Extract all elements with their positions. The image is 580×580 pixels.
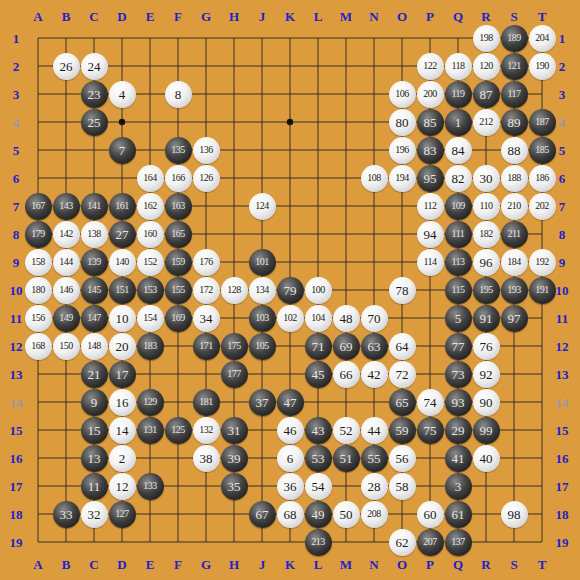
stone-n6-move-108[interactable]: 108 xyxy=(361,165,388,192)
stone-g9-move-176[interactable]: 176 xyxy=(193,249,220,276)
stone-m13-move-66[interactable]: 66 xyxy=(333,361,360,388)
stone-s11-move-97[interactable]: 97 xyxy=(501,305,528,332)
col-label-bottom-p: P xyxy=(426,558,434,571)
stone-t7-move-202[interactable]: 202 xyxy=(529,193,556,220)
stone-n18-move-208[interactable]: 208 xyxy=(361,501,388,528)
stone-k14-move-47[interactable]: 47 xyxy=(277,389,304,416)
stone-a10-move-180[interactable]: 180 xyxy=(25,277,52,304)
row-label-right-12: 12 xyxy=(556,340,569,353)
stone-t9-move-192[interactable]: 192 xyxy=(529,249,556,276)
stone-c9-move-139[interactable]: 139 xyxy=(81,249,108,276)
col-label-top-m: M xyxy=(340,10,352,23)
stone-r4-move-212[interactable]: 212 xyxy=(473,109,500,136)
col-label-top-f: F xyxy=(174,10,182,23)
stone-q19-move-137[interactable]: 137 xyxy=(445,529,472,556)
row-label-right-8: 8 xyxy=(559,228,566,241)
stone-k17-move-36[interactable]: 36 xyxy=(277,473,304,500)
stone-n17-move-28[interactable]: 28 xyxy=(361,473,388,500)
col-label-top-a: A xyxy=(33,10,42,23)
stone-d10-move-151[interactable]: 151 xyxy=(109,277,136,304)
stone-r3-move-87[interactable]: 87 xyxy=(473,81,500,108)
row-label-right-6: 6 xyxy=(559,172,566,185)
stone-f7-move-163[interactable]: 163 xyxy=(165,193,192,220)
stone-c16-move-13[interactable]: 13 xyxy=(81,445,108,472)
stone-s7-move-210[interactable]: 210 xyxy=(501,193,528,220)
row-label-right-1: 1 xyxy=(559,32,566,45)
col-label-bottom-m: M xyxy=(340,558,352,571)
go-board[interactable]: AABBCCDDEEFFGGHHJJKKLLMMNNOOPPQQRRSSTT11… xyxy=(0,0,580,580)
stone-q2-move-118[interactable]: 118 xyxy=(445,53,472,80)
col-label-bottom-s: S xyxy=(510,558,517,571)
stone-f5-move-135[interactable]: 135 xyxy=(165,137,192,164)
col-label-bottom-t: T xyxy=(538,558,547,571)
stone-d16-move-2[interactable]: 2 xyxy=(109,445,136,472)
stone-e17-move-133[interactable]: 133 xyxy=(137,473,164,500)
row-label-right-2: 2 xyxy=(559,60,566,73)
stone-q12-move-77[interactable]: 77 xyxy=(445,333,472,360)
col-label-bottom-n: N xyxy=(369,558,378,571)
stone-k16-move-6[interactable]: 6 xyxy=(277,445,304,472)
stone-e8-move-160[interactable]: 160 xyxy=(137,221,164,248)
col-label-bottom-r: R xyxy=(481,558,490,571)
stone-m11-move-48[interactable]: 48 xyxy=(333,305,360,332)
row-label-left-5: 5 xyxy=(13,144,20,157)
star-point-k4 xyxy=(287,119,293,125)
stone-b8-move-142[interactable]: 142 xyxy=(53,221,80,248)
stone-h10-move-128[interactable]: 128 xyxy=(221,277,248,304)
row-label-left-2: 2 xyxy=(13,60,20,73)
stone-q3-move-119[interactable]: 119 xyxy=(445,81,472,108)
stone-t1-move-204[interactable]: 204 xyxy=(529,25,556,52)
stone-l15-move-43[interactable]: 43 xyxy=(305,417,332,444)
stone-p7-move-112[interactable]: 112 xyxy=(417,193,444,220)
stone-g11-move-34[interactable]: 34 xyxy=(193,305,220,332)
stone-o12-move-64[interactable]: 64 xyxy=(389,333,416,360)
row-label-left-8: 8 xyxy=(13,228,20,241)
stone-o17-move-58[interactable]: 58 xyxy=(389,473,416,500)
stone-e9-move-152[interactable]: 152 xyxy=(137,249,164,276)
stone-s8-move-211[interactable]: 211 xyxy=(501,221,528,248)
row-label-right-7: 7 xyxy=(559,200,566,213)
row-label-left-16: 16 xyxy=(10,452,23,465)
col-label-top-e: E xyxy=(146,10,155,23)
stone-q13-move-73[interactable]: 73 xyxy=(445,361,472,388)
stone-o14-move-65[interactable]: 65 xyxy=(389,389,416,416)
stone-p4-move-85[interactable]: 85 xyxy=(417,109,444,136)
stone-j14-move-37[interactable]: 37 xyxy=(249,389,276,416)
stone-q17-move-3[interactable]: 3 xyxy=(445,473,472,500)
stone-b10-move-146[interactable]: 146 xyxy=(53,277,80,304)
stone-k10-move-79[interactable]: 79 xyxy=(277,277,304,304)
stone-r1-move-198[interactable]: 198 xyxy=(473,25,500,52)
stone-r6-move-30[interactable]: 30 xyxy=(473,165,500,192)
stone-t6-move-186[interactable]: 186 xyxy=(529,165,556,192)
col-label-bottom-f: F xyxy=(174,558,182,571)
stone-t2-move-190[interactable]: 190 xyxy=(529,53,556,80)
stone-s9-move-184[interactable]: 184 xyxy=(501,249,528,276)
col-label-bottom-d: D xyxy=(117,558,126,571)
col-label-bottom-o: O xyxy=(397,558,407,571)
stone-c13-move-21[interactable]: 21 xyxy=(81,361,108,388)
stone-e7-move-162[interactable]: 162 xyxy=(137,193,164,220)
stone-r16-move-40[interactable]: 40 xyxy=(473,445,500,472)
stone-b18-move-33[interactable]: 33 xyxy=(53,501,80,528)
stone-o19-move-62[interactable]: 62 xyxy=(389,529,416,556)
stone-l12-move-71[interactable]: 71 xyxy=(305,333,332,360)
stone-n11-move-70[interactable]: 70 xyxy=(361,305,388,332)
stone-q5-move-84[interactable]: 84 xyxy=(445,137,472,164)
row-label-left-13: 13 xyxy=(10,368,23,381)
row-label-right-9: 9 xyxy=(559,256,566,269)
stone-d8-move-27[interactable]: 27 xyxy=(109,221,136,248)
stone-l10-move-100[interactable]: 100 xyxy=(305,277,332,304)
row-label-left-11: 11 xyxy=(10,312,22,325)
stone-r13-move-92[interactable]: 92 xyxy=(473,361,500,388)
stone-s1-move-189[interactable]: 189 xyxy=(501,25,528,52)
col-label-bottom-j: J xyxy=(259,558,266,571)
stone-j9-move-101[interactable]: 101 xyxy=(249,249,276,276)
stone-k18-move-68[interactable]: 68 xyxy=(277,501,304,528)
stone-e6-move-164[interactable]: 164 xyxy=(137,165,164,192)
col-label-top-c: C xyxy=(89,10,98,23)
stone-o13-move-72[interactable]: 72 xyxy=(389,361,416,388)
row-label-right-16: 16 xyxy=(556,452,569,465)
col-label-bottom-g: G xyxy=(201,558,211,571)
stone-c8-move-138[interactable]: 138 xyxy=(81,221,108,248)
stone-j11-move-103[interactable]: 103 xyxy=(249,305,276,332)
stone-f3-move-8[interactable]: 8 xyxy=(165,81,192,108)
stone-b9-move-144[interactable]: 144 xyxy=(53,249,80,276)
stone-t5-move-185[interactable]: 185 xyxy=(529,137,556,164)
row-label-right-3: 3 xyxy=(559,88,566,101)
stone-d15-move-14[interactable]: 14 xyxy=(109,417,136,444)
stone-r15-move-99[interactable]: 99 xyxy=(473,417,500,444)
col-label-bottom-h: H xyxy=(229,558,239,571)
row-label-right-4: 4 xyxy=(559,116,566,129)
stone-k11-move-102[interactable]: 102 xyxy=(277,305,304,332)
stone-p9-move-114[interactable]: 114 xyxy=(417,249,444,276)
stone-q9-move-113[interactable]: 113 xyxy=(445,249,472,276)
row-label-right-13: 13 xyxy=(556,368,569,381)
stone-c18-move-32[interactable]: 32 xyxy=(81,501,108,528)
stone-h17-move-35[interactable]: 35 xyxy=(221,473,248,500)
col-label-bottom-l: L xyxy=(314,558,323,571)
stone-q8-move-111[interactable]: 111 xyxy=(445,221,472,248)
stone-r14-move-90[interactable]: 90 xyxy=(473,389,500,416)
stone-f6-move-166[interactable]: 166 xyxy=(165,165,192,192)
stone-g14-move-181[interactable]: 181 xyxy=(193,389,220,416)
stone-c2-move-24[interactable]: 24 xyxy=(81,53,108,80)
row-label-left-10: 10 xyxy=(10,284,23,297)
stone-q11-move-5[interactable]: 5 xyxy=(445,305,472,332)
stone-l17-move-54[interactable]: 54 xyxy=(305,473,332,500)
stone-f15-move-125[interactable]: 125 xyxy=(165,417,192,444)
stone-r12-move-76[interactable]: 76 xyxy=(473,333,500,360)
row-label-left-1: 1 xyxy=(13,32,20,45)
stone-p14-move-74[interactable]: 74 xyxy=(417,389,444,416)
stone-p19-move-207[interactable]: 207 xyxy=(417,529,444,556)
stone-p2-move-122[interactable]: 122 xyxy=(417,53,444,80)
stone-o3-move-106[interactable]: 106 xyxy=(389,81,416,108)
stone-k15-move-46[interactable]: 46 xyxy=(277,417,304,444)
row-label-right-11: 11 xyxy=(556,312,568,325)
row-label-left-3: 3 xyxy=(13,88,20,101)
stone-d11-move-10[interactable]: 10 xyxy=(109,305,136,332)
col-label-top-j: J xyxy=(259,10,266,23)
stone-s5-move-88[interactable]: 88 xyxy=(501,137,528,164)
col-label-top-o: O xyxy=(397,10,407,23)
row-label-right-18: 18 xyxy=(556,508,569,521)
stone-g10-move-172[interactable]: 172 xyxy=(193,277,220,304)
col-label-bottom-k: K xyxy=(285,558,295,571)
col-label-top-t: T xyxy=(538,10,547,23)
row-label-right-14: 14 xyxy=(556,396,569,409)
stone-d9-move-140[interactable]: 140 xyxy=(109,249,136,276)
stone-c12-move-148[interactable]: 148 xyxy=(81,333,108,360)
stone-d17-move-12[interactable]: 12 xyxy=(109,473,136,500)
stone-q18-move-61[interactable]: 61 xyxy=(445,501,472,528)
stone-f10-move-155[interactable]: 155 xyxy=(165,277,192,304)
col-label-top-h: H xyxy=(229,10,239,23)
col-label-bottom-b: B xyxy=(62,558,71,571)
stone-e15-move-131[interactable]: 131 xyxy=(137,417,164,444)
stone-e11-move-154[interactable]: 154 xyxy=(137,305,164,332)
row-label-left-9: 9 xyxy=(13,256,20,269)
row-label-right-10: 10 xyxy=(556,284,569,297)
row-label-left-7: 7 xyxy=(13,200,20,213)
row-label-left-17: 17 xyxy=(10,480,23,493)
stone-f8-move-165[interactable]: 165 xyxy=(165,221,192,248)
col-label-bottom-c: C xyxy=(89,558,98,571)
col-label-top-d: D xyxy=(117,10,126,23)
stone-d18-move-127[interactable]: 127 xyxy=(109,501,136,528)
stone-c10-move-145[interactable]: 145 xyxy=(81,277,108,304)
stone-a8-move-179[interactable]: 179 xyxy=(25,221,52,248)
stone-g6-move-126[interactable]: 126 xyxy=(193,165,220,192)
stone-a7-move-167[interactable]: 167 xyxy=(25,193,52,220)
stone-e14-move-129[interactable]: 129 xyxy=(137,389,164,416)
stone-a9-move-158[interactable]: 158 xyxy=(25,249,52,276)
stone-b2-move-26[interactable]: 26 xyxy=(53,53,80,80)
star-point-d4 xyxy=(119,119,125,125)
stone-o6-move-194[interactable]: 194 xyxy=(389,165,416,192)
stone-r11-move-91[interactable]: 91 xyxy=(473,305,500,332)
stone-s6-move-188[interactable]: 188 xyxy=(501,165,528,192)
stone-e12-move-183[interactable]: 183 xyxy=(137,333,164,360)
stone-b7-move-143[interactable]: 143 xyxy=(53,193,80,220)
stone-t4-move-187[interactable]: 187 xyxy=(529,109,556,136)
stone-l13-move-45[interactable]: 45 xyxy=(305,361,332,388)
stone-p5-move-83[interactable]: 83 xyxy=(417,137,444,164)
stone-p3-move-200[interactable]: 200 xyxy=(417,81,444,108)
stone-j18-move-67[interactable]: 67 xyxy=(249,501,276,528)
row-label-left-6: 6 xyxy=(13,172,20,185)
stone-d7-move-161[interactable]: 161 xyxy=(109,193,136,220)
col-label-bottom-e: E xyxy=(146,558,155,571)
stone-g15-move-132[interactable]: 132 xyxy=(193,417,220,444)
stone-o16-move-56[interactable]: 56 xyxy=(389,445,416,472)
stone-g12-move-171[interactable]: 171 xyxy=(193,333,220,360)
col-label-top-r: R xyxy=(481,10,490,23)
stone-q7-move-109[interactable]: 109 xyxy=(445,193,472,220)
row-label-left-14: 14 xyxy=(10,396,23,409)
stone-g5-move-136[interactable]: 136 xyxy=(193,137,220,164)
stone-n13-move-42[interactable]: 42 xyxy=(361,361,388,388)
col-label-bottom-q: Q xyxy=(453,558,463,571)
stone-p8-move-94[interactable]: 94 xyxy=(417,221,444,248)
stone-d3-move-4[interactable]: 4 xyxy=(109,81,136,108)
row-label-left-4: 4 xyxy=(13,116,20,129)
stone-j12-move-105[interactable]: 105 xyxy=(249,333,276,360)
stone-r8-move-182[interactable]: 182 xyxy=(473,221,500,248)
row-label-right-17: 17 xyxy=(556,480,569,493)
stone-s18-move-98[interactable]: 98 xyxy=(501,501,528,528)
row-label-right-19: 19 xyxy=(556,536,569,549)
col-label-top-p: P xyxy=(426,10,434,23)
col-label-top-g: G xyxy=(201,10,211,23)
col-label-bottom-a: A xyxy=(33,558,42,571)
stone-n12-move-63[interactable]: 63 xyxy=(361,333,388,360)
stone-m18-move-50[interactable]: 50 xyxy=(333,501,360,528)
row-label-left-18: 18 xyxy=(10,508,23,521)
stone-l16-move-53[interactable]: 53 xyxy=(305,445,332,472)
stone-t10-move-191[interactable]: 191 xyxy=(529,277,556,304)
row-label-right-15: 15 xyxy=(556,424,569,437)
stone-c15-move-15[interactable]: 15 xyxy=(81,417,108,444)
stone-p15-move-75[interactable]: 75 xyxy=(417,417,444,444)
stone-m12-move-69[interactable]: 69 xyxy=(333,333,360,360)
stone-h15-move-31[interactable]: 31 xyxy=(221,417,248,444)
stone-h16-move-39[interactable]: 39 xyxy=(221,445,248,472)
stone-b11-move-149[interactable]: 149 xyxy=(53,305,80,332)
stone-m15-move-52[interactable]: 52 xyxy=(333,417,360,444)
row-label-left-12: 12 xyxy=(10,340,23,353)
stone-p18-move-60[interactable]: 60 xyxy=(417,501,444,528)
stone-a11-move-156[interactable]: 156 xyxy=(25,305,52,332)
row-label-left-15: 15 xyxy=(10,424,23,437)
stone-c3-move-23[interactable]: 23 xyxy=(81,81,108,108)
stone-s10-move-193[interactable]: 193 xyxy=(501,277,528,304)
row-label-left-19: 19 xyxy=(10,536,23,549)
stone-o5-move-196[interactable]: 196 xyxy=(389,137,416,164)
stone-o4-move-80[interactable]: 80 xyxy=(389,109,416,136)
stone-r7-move-110[interactable]: 110 xyxy=(473,193,500,220)
stone-r9-move-96[interactable]: 96 xyxy=(473,249,500,276)
stone-g16-move-38[interactable]: 38 xyxy=(193,445,220,472)
stone-o15-move-59[interactable]: 59 xyxy=(389,417,416,444)
stone-n15-move-44[interactable]: 44 xyxy=(361,417,388,444)
stone-f9-move-159[interactable]: 159 xyxy=(165,249,192,276)
stone-q6-move-82[interactable]: 82 xyxy=(445,165,472,192)
stone-f11-move-169[interactable]: 169 xyxy=(165,305,192,332)
stone-j7-move-124[interactable]: 124 xyxy=(249,193,276,220)
stone-l11-move-104[interactable]: 104 xyxy=(305,305,332,332)
col-label-top-b: B xyxy=(62,10,71,23)
stone-e10-move-153[interactable]: 153 xyxy=(137,277,164,304)
stone-c11-move-147[interactable]: 147 xyxy=(81,305,108,332)
stone-q14-move-93[interactable]: 93 xyxy=(445,389,472,416)
stone-n16-move-55[interactable]: 55 xyxy=(361,445,388,472)
stone-s3-move-117[interactable]: 117 xyxy=(501,81,528,108)
row-label-right-5: 5 xyxy=(559,144,566,157)
stone-a12-move-168[interactable]: 168 xyxy=(25,333,52,360)
stone-r10-move-195[interactable]: 195 xyxy=(473,277,500,304)
stone-d5-move-7[interactable]: 7 xyxy=(109,137,136,164)
stone-r2-move-120[interactable]: 120 xyxy=(473,53,500,80)
stone-j10-move-134[interactable]: 134 xyxy=(249,277,276,304)
stone-s2-move-121[interactable]: 121 xyxy=(501,53,528,80)
stone-p6-move-95[interactable]: 95 xyxy=(417,165,444,192)
stone-b12-move-150[interactable]: 150 xyxy=(53,333,80,360)
col-label-top-n: N xyxy=(369,10,378,23)
col-label-top-l: L xyxy=(314,10,323,23)
stone-q10-move-115[interactable]: 115 xyxy=(445,277,472,304)
stone-l19-move-213[interactable]: 213 xyxy=(305,529,332,556)
stone-c17-move-11[interactable]: 11 xyxy=(81,473,108,500)
stone-q15-move-29[interactable]: 29 xyxy=(445,417,472,444)
stone-o10-move-78[interactable]: 78 xyxy=(389,277,416,304)
col-label-top-s: S xyxy=(510,10,517,23)
stone-c7-move-141[interactable]: 141 xyxy=(81,193,108,220)
stone-s4-move-89[interactable]: 89 xyxy=(501,109,528,136)
stone-m16-move-51[interactable]: 51 xyxy=(333,445,360,472)
stone-l18-move-49[interactable]: 49 xyxy=(305,501,332,528)
stone-d12-move-20[interactable]: 20 xyxy=(109,333,136,360)
stone-q4-move-1[interactable]: 1 xyxy=(445,109,472,136)
stone-h13-move-177[interactable]: 177 xyxy=(221,361,248,388)
stone-c14-move-9[interactable]: 9 xyxy=(81,389,108,416)
stone-d13-move-17[interactable]: 17 xyxy=(109,361,136,388)
stone-c4-move-25[interactable]: 25 xyxy=(81,109,108,136)
stone-h12-move-175[interactable]: 175 xyxy=(221,333,248,360)
stone-d14-move-16[interactable]: 16 xyxy=(109,389,136,416)
col-label-top-q: Q xyxy=(453,10,463,23)
stone-q16-move-41[interactable]: 41 xyxy=(445,445,472,472)
col-label-top-k: K xyxy=(285,10,295,23)
